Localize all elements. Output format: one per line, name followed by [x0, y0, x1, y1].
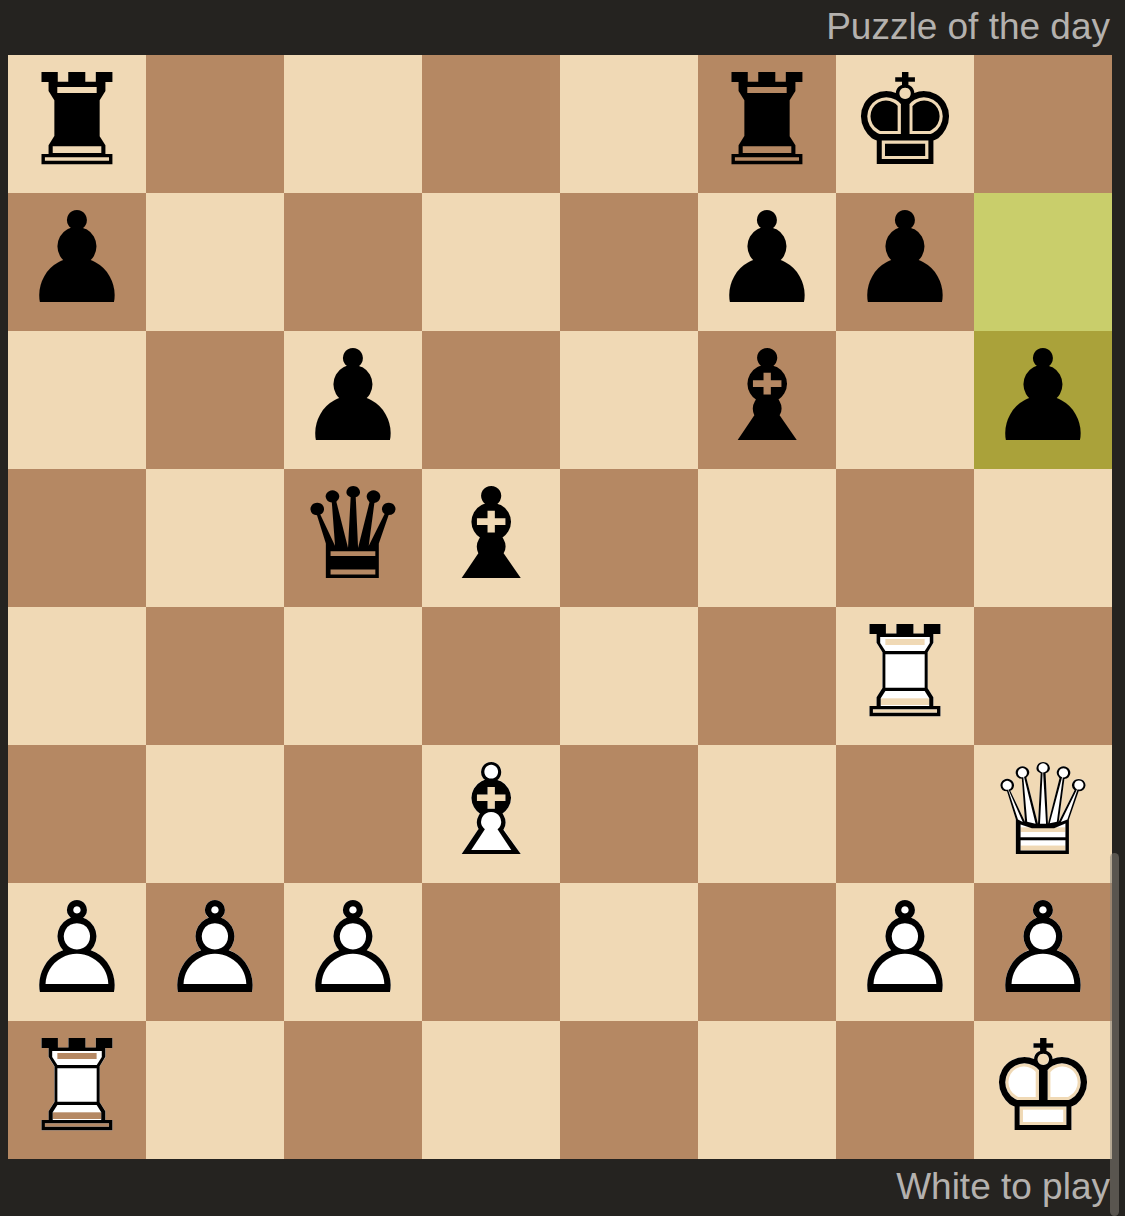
black-rook-piece[interactable]: ♜	[8, 55, 146, 193]
square-h5[interactable]	[974, 469, 1112, 607]
square-f1[interactable]	[698, 1021, 836, 1159]
white-pawn-piece[interactable]: ♟♙	[836, 883, 974, 1021]
chess-board: ♜♜♚♟♟♟♟♝♟♛♝♜♖♝♗♛♕♟♙♟♙♟♙♟♙♟♙♜♖♚♔	[8, 55, 1112, 1159]
white-bishop-piece[interactable]: ♝♗	[422, 745, 560, 883]
square-a4[interactable]	[8, 607, 146, 745]
square-g1[interactable]	[836, 1021, 974, 1159]
square-e2[interactable]	[560, 883, 698, 1021]
black-pawn-piece[interactable]: ♟	[284, 331, 422, 469]
white-rook-piece[interactable]: ♜♖	[8, 1021, 146, 1159]
square-h6[interactable]: ♟	[974, 331, 1112, 469]
footer-bar: White to play	[0, 1159, 1125, 1216]
square-g4[interactable]: ♜♖	[836, 607, 974, 745]
square-h8[interactable]	[974, 55, 1112, 193]
square-a2[interactable]: ♟♙	[8, 883, 146, 1021]
square-e3[interactable]	[560, 745, 698, 883]
square-g7[interactable]: ♟	[836, 193, 974, 331]
square-f7[interactable]: ♟	[698, 193, 836, 331]
black-pawn-piece[interactable]: ♟	[836, 193, 974, 331]
square-c1[interactable]	[284, 1021, 422, 1159]
black-bishop-piece[interactable]: ♝	[422, 469, 560, 607]
square-h4[interactable]	[974, 607, 1112, 745]
square-d2[interactable]	[422, 883, 560, 1021]
square-b1[interactable]	[146, 1021, 284, 1159]
square-e1[interactable]	[560, 1021, 698, 1159]
square-a6[interactable]	[8, 331, 146, 469]
square-a5[interactable]	[8, 469, 146, 607]
square-a7[interactable]: ♟	[8, 193, 146, 331]
white-pawn-piece[interactable]: ♟♙	[284, 883, 422, 1021]
square-a1[interactable]: ♜♖	[8, 1021, 146, 1159]
square-b3[interactable]	[146, 745, 284, 883]
square-c8[interactable]	[284, 55, 422, 193]
square-c6[interactable]: ♟	[284, 331, 422, 469]
square-f8[interactable]: ♜	[698, 55, 836, 193]
square-g6[interactable]	[836, 331, 974, 469]
white-king-piece[interactable]: ♚♔	[974, 1021, 1112, 1159]
square-b8[interactable]	[146, 55, 284, 193]
square-c2[interactable]: ♟♙	[284, 883, 422, 1021]
black-pawn-piece[interactable]: ♟	[8, 193, 146, 331]
square-g8[interactable]: ♚	[836, 55, 974, 193]
square-b2[interactable]: ♟♙	[146, 883, 284, 1021]
turn-indicator: White to play	[896, 1167, 1110, 1208]
square-f2[interactable]	[698, 883, 836, 1021]
square-e8[interactable]	[560, 55, 698, 193]
white-pawn-piece[interactable]: ♟♙	[8, 883, 146, 1021]
black-pawn-piece[interactable]: ♟	[974, 331, 1112, 469]
square-d6[interactable]	[422, 331, 560, 469]
black-rook-piece[interactable]: ♜	[698, 55, 836, 193]
square-h7[interactable]	[974, 193, 1112, 331]
square-e7[interactable]	[560, 193, 698, 331]
black-bishop-piece[interactable]: ♝	[698, 331, 836, 469]
square-f3[interactable]	[698, 745, 836, 883]
square-f5[interactable]	[698, 469, 836, 607]
square-d1[interactable]	[422, 1021, 560, 1159]
white-queen-piece[interactable]: ♛♕	[974, 745, 1112, 883]
puzzle-title: Puzzle of the day	[826, 7, 1110, 48]
square-d3[interactable]: ♝♗	[422, 745, 560, 883]
square-e6[interactable]	[560, 331, 698, 469]
square-c3[interactable]	[284, 745, 422, 883]
square-h3[interactable]: ♛♕	[974, 745, 1112, 883]
square-c5[interactable]: ♛	[284, 469, 422, 607]
square-d5[interactable]: ♝	[422, 469, 560, 607]
square-f4[interactable]	[698, 607, 836, 745]
square-a3[interactable]	[8, 745, 146, 883]
square-g5[interactable]	[836, 469, 974, 607]
square-b4[interactable]	[146, 607, 284, 745]
square-f6[interactable]: ♝	[698, 331, 836, 469]
white-rook-piece[interactable]: ♜♖	[836, 607, 974, 745]
square-d4[interactable]	[422, 607, 560, 745]
square-e4[interactable]	[560, 607, 698, 745]
scrollbar-thumb[interactable]	[1110, 853, 1119, 1216]
black-pawn-piece[interactable]: ♟	[698, 193, 836, 331]
square-h2[interactable]: ♟♙	[974, 883, 1112, 1021]
square-c7[interactable]	[284, 193, 422, 331]
square-a8[interactable]: ♜	[8, 55, 146, 193]
square-d7[interactable]	[422, 193, 560, 331]
black-king-piece[interactable]: ♚	[836, 55, 974, 193]
square-h1[interactable]: ♚♔	[974, 1021, 1112, 1159]
square-d8[interactable]	[422, 55, 560, 193]
square-g2[interactable]: ♟♙	[836, 883, 974, 1021]
square-c4[interactable]	[284, 607, 422, 745]
square-e5[interactable]	[560, 469, 698, 607]
square-b7[interactable]	[146, 193, 284, 331]
black-queen-piece[interactable]: ♛	[284, 469, 422, 607]
square-b5[interactable]	[146, 469, 284, 607]
white-pawn-piece[interactable]: ♟♙	[974, 883, 1112, 1021]
square-g3[interactable]	[836, 745, 974, 883]
square-b6[interactable]	[146, 331, 284, 469]
white-pawn-piece[interactable]: ♟♙	[146, 883, 284, 1021]
